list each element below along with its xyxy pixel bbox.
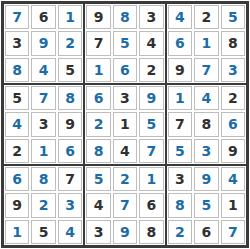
sudoku-cell-r6c2[interactable]: 1 [31, 139, 55, 163]
sudoku-cell-r3c5[interactable]: 6 [113, 58, 137, 82]
sudoku-box-4: 578439216 [3, 84, 84, 165]
sudoku-cell-r7c6[interactable]: 1 [139, 167, 163, 191]
sudoku-cell-r1c9[interactable]: 5 [221, 5, 245, 29]
sudoku-cell-r1c5[interactable]: 8 [113, 5, 137, 29]
sudoku-cell-r7c1[interactable]: 6 [5, 167, 29, 191]
sudoku-cell-r4c2[interactable]: 7 [31, 86, 55, 110]
sudoku-cell-r7c7[interactable]: 3 [168, 167, 192, 191]
sudoku-cell-r3c9[interactable]: 3 [221, 58, 245, 82]
sudoku-cell-r9c9[interactable]: 7 [221, 220, 245, 244]
sudoku-cell-r5c2[interactable]: 3 [31, 112, 55, 136]
sudoku-cell-r7c3[interactable]: 7 [58, 167, 82, 191]
sudoku-cell-r9c2[interactable]: 5 [31, 220, 55, 244]
sudoku-cell-r2c8[interactable]: 1 [194, 31, 218, 55]
sudoku-cell-r2c6[interactable]: 4 [139, 31, 163, 55]
sudoku-cell-r5c9[interactable]: 6 [221, 112, 245, 136]
sudoku-cell-r1c6[interactable]: 3 [139, 5, 163, 29]
sudoku-cell-r8c3[interactable]: 3 [58, 193, 82, 217]
sudoku-cell-r9c8[interactable]: 6 [194, 220, 218, 244]
sudoku-cell-r1c1[interactable]: 7 [5, 5, 29, 29]
sudoku-box-1: 761392845 [3, 3, 84, 84]
sudoku-cell-r1c3[interactable]: 1 [58, 5, 82, 29]
sudoku-cell-r3c6[interactable]: 2 [139, 58, 163, 82]
sudoku-cell-r1c2[interactable]: 6 [31, 5, 55, 29]
sudoku-board: 761392845 983754162 425618973 578439216 … [1, 1, 249, 248]
sudoku-box-2: 983754162 [84, 3, 165, 84]
sudoku-cell-r4c8[interactable]: 4 [194, 86, 218, 110]
sudoku-cell-r5c6[interactable]: 5 [139, 112, 163, 136]
sudoku-cell-r8c8[interactable]: 5 [194, 193, 218, 217]
sudoku-cell-r2c9[interactable]: 8 [221, 31, 245, 55]
sudoku-cell-r7c8[interactable]: 9 [194, 167, 218, 191]
sudoku-cell-r5c8[interactable]: 8 [194, 112, 218, 136]
sudoku-cell-r4c4[interactable]: 6 [86, 86, 110, 110]
sudoku-cell-r2c5[interactable]: 5 [113, 31, 137, 55]
sudoku-cell-r2c3[interactable]: 2 [58, 31, 82, 55]
sudoku-cell-r8c6[interactable]: 6 [139, 193, 163, 217]
sudoku-cell-r2c4[interactable]: 7 [86, 31, 110, 55]
sudoku-cell-r4c5[interactable]: 3 [113, 86, 137, 110]
sudoku-cell-r7c2[interactable]: 8 [31, 167, 55, 191]
sudoku-cell-r2c2[interactable]: 9 [31, 31, 55, 55]
sudoku-cell-r3c7[interactable]: 9 [168, 58, 192, 82]
sudoku-cell-r4c3[interactable]: 8 [58, 86, 82, 110]
sudoku-box-6: 142786539 [166, 84, 247, 165]
sudoku-cell-r6c9[interactable]: 9 [221, 139, 245, 163]
sudoku-cell-r7c5[interactable]: 2 [113, 167, 137, 191]
sudoku-cell-r9c4[interactable]: 3 [86, 220, 110, 244]
sudoku-cell-r3c4[interactable]: 1 [86, 58, 110, 82]
sudoku-cell-r7c9[interactable]: 4 [221, 167, 245, 191]
sudoku-cell-r9c5[interactable]: 9 [113, 220, 137, 244]
sudoku-cell-r1c8[interactable]: 2 [194, 5, 218, 29]
sudoku-cell-r5c1[interactable]: 4 [5, 112, 29, 136]
sudoku-cell-r9c1[interactable]: 1 [5, 220, 29, 244]
sudoku-cell-r8c5[interactable]: 7 [113, 193, 137, 217]
sudoku-cell-r1c4[interactable]: 9 [86, 5, 110, 29]
sudoku-cell-r5c7[interactable]: 7 [168, 112, 192, 136]
sudoku-cell-r8c1[interactable]: 9 [5, 193, 29, 217]
sudoku-box-8: 521476398 [84, 165, 165, 246]
sudoku-cell-r4c9[interactable]: 2 [221, 86, 245, 110]
sudoku-cell-r6c7[interactable]: 5 [168, 139, 192, 163]
sudoku-cell-r4c7[interactable]: 1 [168, 86, 192, 110]
sudoku-cell-r3c8[interactable]: 7 [194, 58, 218, 82]
sudoku-cell-r8c9[interactable]: 1 [221, 193, 245, 217]
sudoku-cell-r8c2[interactable]: 2 [31, 193, 55, 217]
sudoku-cell-r4c1[interactable]: 5 [5, 86, 29, 110]
sudoku-box-7: 687923154 [3, 165, 84, 246]
sudoku-cell-r5c4[interactable]: 2 [86, 112, 110, 136]
sudoku-cell-r8c4[interactable]: 4 [86, 193, 110, 217]
sudoku-box-3: 425618973 [166, 3, 247, 84]
sudoku-cell-r6c6[interactable]: 7 [139, 139, 163, 163]
sudoku-cell-r9c7[interactable]: 2 [168, 220, 192, 244]
sudoku-cell-r6c8[interactable]: 3 [194, 139, 218, 163]
sudoku-cell-r7c4[interactable]: 5 [86, 167, 110, 191]
sudoku-cell-r9c3[interactable]: 4 [58, 220, 82, 244]
sudoku-cell-r6c5[interactable]: 4 [113, 139, 137, 163]
sudoku-cell-r5c5[interactable]: 1 [113, 112, 137, 136]
sudoku-cell-r6c4[interactable]: 8 [86, 139, 110, 163]
sudoku-cell-r5c3[interactable]: 9 [58, 112, 82, 136]
sudoku-cell-r3c2[interactable]: 4 [31, 58, 55, 82]
sudoku-cell-r1c7[interactable]: 4 [168, 5, 192, 29]
sudoku-cell-r9c6[interactable]: 8 [139, 220, 163, 244]
sudoku-cell-r2c7[interactable]: 6 [168, 31, 192, 55]
sudoku-cell-r6c3[interactable]: 6 [58, 139, 82, 163]
sudoku-cell-r4c6[interactable]: 9 [139, 86, 163, 110]
sudoku-box-5: 639215847 [84, 84, 165, 165]
sudoku-cell-r8c7[interactable]: 8 [168, 193, 192, 217]
sudoku-box-9: 394851267 [166, 165, 247, 246]
sudoku-cell-r3c3[interactable]: 5 [58, 58, 82, 82]
sudoku-cell-r6c1[interactable]: 2 [5, 139, 29, 163]
sudoku-cell-r3c1[interactable]: 8 [5, 58, 29, 82]
sudoku-cell-r2c1[interactable]: 3 [5, 31, 29, 55]
